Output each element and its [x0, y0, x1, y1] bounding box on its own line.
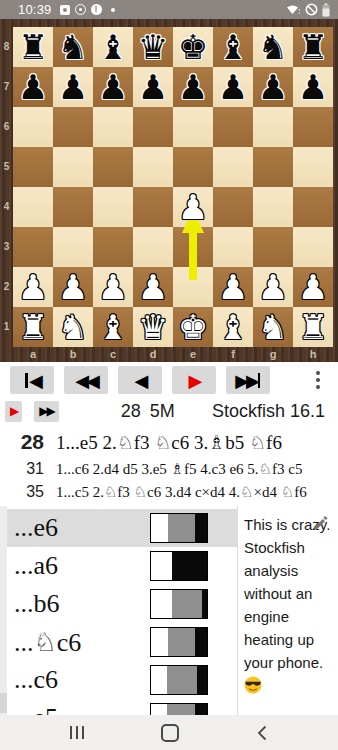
wdl-bar	[150, 589, 208, 619]
square-f1[interactable]: ♝	[213, 307, 253, 347]
fast-forward-to-end-button[interactable]: ▶▶	[226, 366, 270, 394]
edit-pencil-icon[interactable]	[312, 514, 330, 532]
analysis-line[interactable]: 31 1...c6 2.d4 d5 3.e5 ♗f5 4.c3 e6 5.♘f3…	[0, 460, 338, 483]
square-b7[interactable]: ♟	[53, 67, 93, 107]
sd-card-icon	[60, 5, 70, 15]
file-labels: abcdefgh	[13, 347, 333, 361]
chess-board[interactable]: 87654321 ♜♞♝♛♚♝♞♜♟♟♟♟♟♟♟♟♟♟♟♟♟♟♟♟♜♞♝♛♚♝♞…	[0, 19, 338, 362]
square-c3[interactable]	[93, 227, 133, 267]
square-f2[interactable]: ♟	[213, 267, 253, 307]
alert-icon: !	[91, 4, 102, 15]
square-e4[interactable]: ♟	[173, 187, 213, 227]
white-pawn[interactable]: ♟	[18, 267, 48, 307]
candidate-move-label: ...a6	[14, 551, 58, 581]
step-back-button[interactable]: ◀	[118, 366, 162, 394]
recents-icon[interactable]	[70, 726, 84, 739]
square-b3[interactable]	[53, 227, 93, 267]
square-f8[interactable]: ♝	[213, 27, 253, 67]
rank-labels: 87654321	[0, 27, 13, 347]
square-c2[interactable]: ♟	[93, 267, 133, 307]
clock: 10:39	[18, 2, 52, 17]
candidate-move-label: ...c6	[14, 665, 58, 695]
black-rook[interactable]: ♜	[18, 27, 48, 67]
white-king[interactable]: ♚	[178, 307, 208, 347]
square-d2[interactable]: ♟	[133, 267, 173, 307]
back-icon[interactable]	[256, 724, 268, 742]
square-e6[interactable]	[173, 107, 213, 147]
white-bishop[interactable]: ♝	[98, 307, 128, 347]
square-g5[interactable]	[253, 147, 293, 187]
candidate-move-row[interactable]: ...b6	[7, 585, 237, 623]
square-h7[interactable]: ♟	[293, 67, 333, 107]
notification-dot	[111, 8, 115, 12]
black-pawn[interactable]: ♟	[18, 67, 48, 107]
square-g1[interactable]: ♞	[253, 307, 293, 347]
candidate-move-label: ...b6	[14, 589, 60, 619]
go-to-start-button[interactable]: ◀	[10, 366, 54, 394]
square-g7[interactable]: ♟	[253, 67, 293, 107]
square-d7[interactable]: ♟	[133, 67, 173, 107]
white-pawn[interactable]: ♟	[58, 267, 88, 307]
square-d6[interactable]	[133, 107, 173, 147]
black-pawn[interactable]: ♟	[218, 67, 248, 107]
square-b5[interactable]	[53, 147, 93, 187]
white-pawn[interactable]: ♟	[178, 187, 208, 227]
white-knight[interactable]: ♞	[258, 307, 288, 347]
square-a4[interactable]	[13, 187, 53, 227]
black-knight[interactable]: ♞	[58, 27, 88, 67]
square-a3[interactable]	[13, 227, 53, 267]
wifi-icon	[286, 3, 301, 16]
android-navigation-bar	[0, 715, 338, 750]
candidate-move-list[interactable]: ...e6 ...a6 ...b6 ...♘c6 ...c6 ...e5	[0, 506, 237, 715]
black-pawn[interactable]: ♟	[178, 67, 208, 107]
black-rook[interactable]: ♜	[298, 27, 328, 67]
square-d5[interactable]	[133, 147, 173, 187]
candidate-move-row[interactable]: ...e5	[7, 699, 237, 715]
square-a7[interactable]: ♟	[13, 67, 53, 107]
square-e8[interactable]: ♚	[173, 27, 213, 67]
game-note-panel: This is crazy. Stockfish analysis withou…	[237, 506, 338, 715]
android-status-bar: 10:39 !	[0, 0, 338, 19]
white-pawn[interactable]: ♟	[298, 267, 328, 307]
candidate-move-row[interactable]: ...e6	[7, 509, 237, 547]
square-h6[interactable]	[293, 107, 333, 147]
square-c4[interactable]	[93, 187, 133, 227]
analysis-depth: 31	[0, 460, 56, 478]
analysis-moves: 1...c6 2.d4 d5 3.e5 ♗f5 4.c3 e6 5.♘f3 c5	[56, 460, 302, 478]
wdl-bar	[150, 513, 208, 543]
engine-play-button[interactable]: ▶	[5, 401, 22, 422]
square-c5[interactable]	[93, 147, 133, 187]
engine-analysis-lines: 28 1...e5 2.♘f3 ♘c6 3.♗b5 ♘f6 31 1...c6 …	[0, 422, 338, 506]
white-pawn[interactable]: ♟	[138, 267, 168, 307]
battery-icon	[322, 3, 330, 17]
black-pawn[interactable]: ♟	[98, 67, 128, 107]
wdl-bar	[150, 551, 208, 581]
square-e7[interactable]: ♟	[173, 67, 213, 107]
square-g4[interactable]	[253, 187, 293, 227]
analysis-line[interactable]: 28 1...e5 2.♘f3 ♘c6 3.♗b5 ♘f6	[0, 430, 338, 460]
candidate-move-row[interactable]: ...c6	[7, 661, 237, 699]
fast-rewind-button[interactable]: ◀◀	[64, 366, 108, 394]
black-knight[interactable]: ♞	[258, 27, 288, 67]
square-c7[interactable]: ♟	[93, 67, 133, 107]
square-h8[interactable]: ♜	[293, 27, 333, 67]
square-a5[interactable]	[13, 147, 53, 187]
square-e1[interactable]: ♚	[173, 307, 213, 347]
square-b8[interactable]: ♞	[53, 27, 93, 67]
engine-depth-nodes: 285M	[121, 401, 175, 422]
square-f7[interactable]: ♟	[213, 67, 253, 107]
square-d8[interactable]: ♛	[133, 27, 173, 67]
black-pawn[interactable]: ♟	[258, 67, 288, 107]
square-f4[interactable]	[213, 187, 253, 227]
square-a6[interactable]	[13, 107, 53, 147]
white-rook[interactable]: ♜	[298, 307, 328, 347]
square-b4[interactable]	[53, 187, 93, 227]
square-e5[interactable]	[173, 147, 213, 187]
square-a8[interactable]: ♜	[13, 27, 53, 67]
black-queen[interactable]: ♛	[138, 27, 168, 67]
square-d1[interactable]: ♛	[133, 307, 173, 347]
square-e3[interactable]	[173, 227, 213, 267]
square-h5[interactable]	[293, 147, 333, 187]
square-f6[interactable]	[213, 107, 253, 147]
analysis-line[interactable]: 35 1...c5 2.♘f3 ♘c6 3.d4 c×d4 4.♘×d4 ♘f6	[0, 483, 338, 506]
black-king[interactable]: ♚	[178, 27, 208, 67]
note-text: This is crazy. Stockfish analysis withou…	[244, 516, 330, 671]
white-pawn[interactable]: ♟	[98, 267, 128, 307]
candidate-move-label: ...e6	[14, 513, 58, 543]
square-h4[interactable]	[293, 187, 333, 227]
square-c1[interactable]: ♝	[93, 307, 133, 347]
do-not-disturb-icon	[305, 3, 318, 16]
analysis-moves: 1...e5 2.♘f3 ♘c6 3.♗b5 ♘f6	[56, 431, 282, 454]
white-rook[interactable]: ♜	[18, 307, 48, 347]
square-h2[interactable]: ♟	[293, 267, 333, 307]
square-e2[interactable]	[173, 267, 213, 307]
sunglasses-emoji	[244, 676, 262, 694]
square-b1[interactable]: ♞	[53, 307, 93, 347]
square-g3[interactable]	[253, 227, 293, 267]
candidate-move-label: ...♘c6	[14, 627, 81, 658]
square-g2[interactable]: ♟	[253, 267, 293, 307]
candidate-move-row[interactable]: ...♘c6	[7, 623, 237, 661]
analysis-depth: 28	[0, 430, 56, 454]
black-bishop[interactable]: ♝	[98, 27, 128, 67]
square-g8[interactable]: ♞	[253, 27, 293, 67]
square-c8[interactable]: ♝	[93, 27, 133, 67]
square-b6[interactable]	[53, 107, 93, 147]
wdl-bar	[150, 627, 208, 657]
engine-fast-forward-button[interactable]: ▶▶	[34, 401, 58, 422]
engine-toolbar: ▶ ▶▶ 285M Stockfish 16.1	[0, 400, 338, 422]
white-bishop[interactable]: ♝	[218, 307, 248, 347]
home-icon[interactable]	[161, 724, 179, 742]
analysis-moves: 1...c5 2.♘f3 ♘c6 3.d4 c×d4 4.♘×d4 ♘f6	[56, 483, 307, 501]
square-g6[interactable]	[253, 107, 293, 147]
black-pawn[interactable]: ♟	[138, 67, 168, 107]
overflow-menu-icon[interactable]	[312, 367, 324, 393]
black-pawn[interactable]: ♟	[58, 67, 88, 107]
candidate-move-row[interactable]: ...a6	[7, 547, 237, 585]
square-a1[interactable]: ♜	[13, 307, 53, 347]
white-pawn[interactable]: ♟	[218, 267, 248, 307]
square-h3[interactable]	[293, 227, 333, 267]
play-forward-button[interactable]: ▶	[172, 366, 216, 394]
white-pawn[interactable]: ♟	[258, 267, 288, 307]
white-queen[interactable]: ♛	[138, 307, 168, 347]
square-d3[interactable]	[133, 227, 173, 267]
engine-name: Stockfish 16.1	[212, 401, 325, 422]
candidate-move-label: ...e5	[14, 703, 58, 715]
white-knight[interactable]: ♞	[58, 307, 88, 347]
square-f3[interactable]	[213, 227, 253, 267]
game-navigation-toolbar: ◀ ◀◀ ◀ ▶ ▶▶	[0, 366, 338, 394]
square-b2[interactable]: ♟	[53, 267, 93, 307]
square-d4[interactable]	[133, 187, 173, 227]
square-f5[interactable]	[213, 147, 253, 187]
analysis-depth: 35	[0, 483, 56, 501]
list-scrollbar[interactable]	[0, 506, 7, 715]
square-a2[interactable]: ♟	[13, 267, 53, 307]
square-c6[interactable]	[93, 107, 133, 147]
wdl-bar	[150, 703, 208, 715]
record-icon	[75, 4, 86, 15]
wdl-bar	[150, 665, 208, 695]
black-pawn[interactable]: ♟	[298, 67, 328, 107]
square-h1[interactable]: ♜	[293, 307, 333, 347]
black-bishop[interactable]: ♝	[218, 27, 248, 67]
